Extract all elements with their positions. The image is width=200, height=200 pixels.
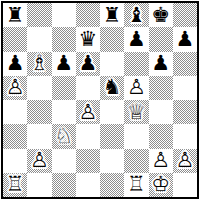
square-d8[interactable] — [76, 3, 100, 27]
piece-white-pawn: ♙ — [78, 102, 97, 123]
square-h7[interactable]: ♟ — [173, 27, 197, 51]
square-c4[interactable] — [52, 100, 76, 124]
square-g8[interactable]: ♚ — [149, 3, 173, 27]
square-b2[interactable]: ♙ — [27, 149, 51, 173]
piece-white-pawn: ♙ — [175, 150, 194, 171]
square-c3[interactable]: ♘ — [52, 124, 76, 148]
piece-black-pawn: ♟ — [127, 29, 146, 50]
square-a6[interactable]: ♟ — [3, 52, 27, 76]
square-e1[interactable] — [100, 173, 124, 197]
square-d5[interactable] — [76, 76, 100, 100]
square-h5[interactable] — [173, 76, 197, 100]
square-g6[interactable]: ♟ — [149, 52, 173, 76]
square-d6[interactable]: ♟ — [76, 52, 100, 76]
square-d3[interactable] — [76, 124, 100, 148]
piece-white-queen: ♕ — [127, 102, 146, 123]
square-c7[interactable] — [52, 27, 76, 51]
square-g2[interactable]: ♙ — [149, 149, 173, 173]
square-f3[interactable] — [124, 124, 148, 148]
square-f7[interactable]: ♟ — [124, 27, 148, 51]
piece-black-pawn: ♟ — [151, 53, 170, 74]
square-a4[interactable] — [3, 100, 27, 124]
chess-diagram: ♜♜♝♚♛♟♟♟♗♟♟♟♙♞♙♙♕♘♙♙♙♖♖♔ — [1, 1, 199, 199]
piece-black-bishop: ♝ — [127, 5, 146, 26]
square-e3[interactable] — [100, 124, 124, 148]
piece-white-king: ♔ — [151, 174, 170, 195]
square-a8[interactable]: ♜ — [3, 3, 27, 27]
square-c5[interactable] — [52, 76, 76, 100]
piece-white-pawn: ♙ — [30, 150, 49, 171]
square-b4[interactable] — [27, 100, 51, 124]
square-f5[interactable]: ♙ — [124, 76, 148, 100]
piece-black-queen: ♛ — [78, 29, 97, 50]
piece-white-pawn: ♙ — [127, 77, 146, 98]
square-g7[interactable] — [149, 27, 173, 51]
square-d2[interactable] — [76, 149, 100, 173]
square-c1[interactable] — [52, 173, 76, 197]
piece-black-pawn: ♟ — [54, 53, 73, 74]
square-g5[interactable] — [149, 76, 173, 100]
square-c6[interactable]: ♟ — [52, 52, 76, 76]
square-d1[interactable] — [76, 173, 100, 197]
square-b5[interactable] — [27, 76, 51, 100]
piece-white-rook: ♖ — [127, 174, 146, 195]
piece-white-rook: ♖ — [6, 174, 25, 195]
square-h2[interactable]: ♙ — [173, 149, 197, 173]
piece-white-knight: ♘ — [54, 126, 73, 147]
square-f2[interactable] — [124, 149, 148, 173]
square-h3[interactable] — [173, 124, 197, 148]
piece-black-pawn: ♟ — [175, 29, 194, 50]
square-h4[interactable] — [173, 100, 197, 124]
square-g1[interactable]: ♔ — [149, 173, 173, 197]
square-e2[interactable] — [100, 149, 124, 173]
square-f8[interactable]: ♝ — [124, 3, 148, 27]
square-f6[interactable] — [124, 52, 148, 76]
square-e4[interactable] — [100, 100, 124, 124]
piece-white-bishop: ♗ — [30, 53, 49, 74]
piece-black-rook: ♜ — [6, 5, 25, 26]
square-h8[interactable] — [173, 3, 197, 27]
square-a3[interactable] — [3, 124, 27, 148]
piece-black-king: ♚ — [151, 5, 170, 26]
square-c8[interactable] — [52, 3, 76, 27]
square-e5[interactable]: ♞ — [100, 76, 124, 100]
piece-black-rook: ♜ — [103, 5, 122, 26]
square-f1[interactable]: ♖ — [124, 173, 148, 197]
square-b3[interactable] — [27, 124, 51, 148]
square-d7[interactable]: ♛ — [76, 27, 100, 51]
piece-black-pawn: ♟ — [6, 53, 25, 74]
square-b7[interactable] — [27, 27, 51, 51]
square-c2[interactable] — [52, 149, 76, 173]
piece-white-pawn: ♙ — [151, 150, 170, 171]
square-a5[interactable]: ♙ — [3, 76, 27, 100]
square-g3[interactable] — [149, 124, 173, 148]
square-e7[interactable] — [100, 27, 124, 51]
square-b8[interactable] — [27, 3, 51, 27]
square-a2[interactable] — [3, 149, 27, 173]
square-e8[interactable]: ♜ — [100, 3, 124, 27]
piece-black-knight: ♞ — [103, 77, 122, 98]
square-h6[interactable] — [173, 52, 197, 76]
square-e6[interactable] — [100, 52, 124, 76]
piece-black-pawn: ♟ — [78, 53, 97, 74]
chess-board: ♜♜♝♚♛♟♟♟♗♟♟♟♙♞♙♙♕♘♙♙♙♖♖♔ — [1, 1, 199, 199]
square-a7[interactable] — [3, 27, 27, 51]
square-a1[interactable]: ♖ — [3, 173, 27, 197]
square-b6[interactable]: ♗ — [27, 52, 51, 76]
square-d4[interactable]: ♙ — [76, 100, 100, 124]
square-h1[interactable] — [173, 173, 197, 197]
piece-white-pawn: ♙ — [6, 77, 25, 98]
square-g4[interactable] — [149, 100, 173, 124]
square-b1[interactable] — [27, 173, 51, 197]
square-f4[interactable]: ♕ — [124, 100, 148, 124]
